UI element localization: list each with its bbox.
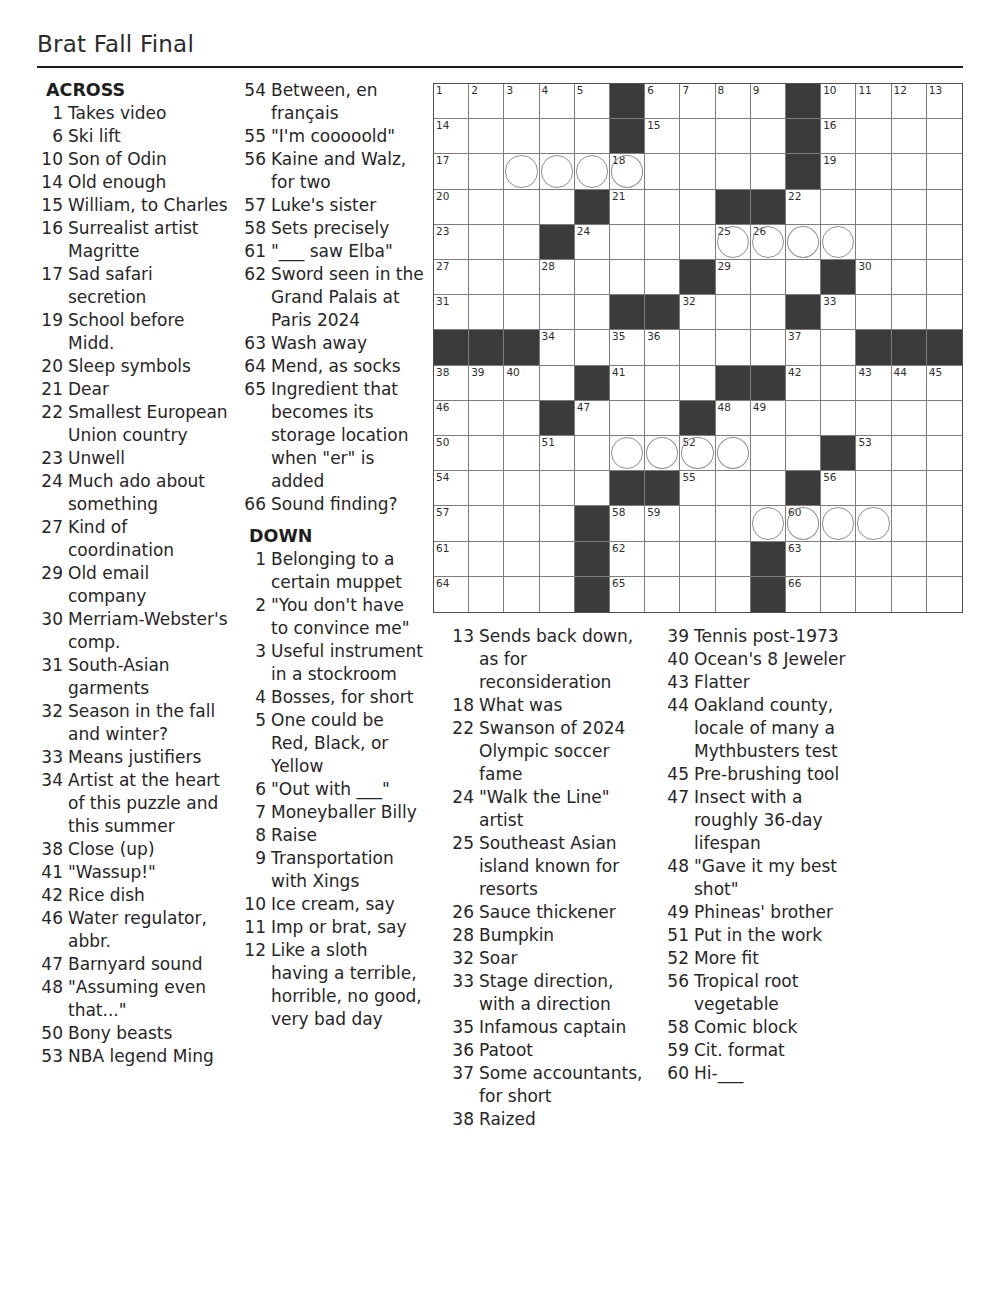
clue-number: 47 (37, 953, 63, 976)
grid-cell[interactable]: 35 (610, 330, 645, 365)
clue-number: 59 (663, 1039, 689, 1062)
grid-cell[interactable] (856, 119, 891, 154)
grid-cell[interactable]: 66 (786, 577, 821, 612)
grid-cell[interactable] (821, 225, 856, 260)
clue-number: 62 (240, 263, 266, 286)
cell-number: 13 (929, 84, 942, 96)
grid-cell[interactable]: 5 (575, 84, 610, 119)
grid-cell[interactable] (751, 330, 786, 365)
grid-cell[interactable] (540, 577, 575, 612)
grid-cell[interactable]: 42 (786, 366, 821, 401)
grid-cell[interactable] (786, 436, 821, 471)
crossword-grid: 1234567891011121314151617181920212223242… (433, 83, 963, 613)
grid-cell[interactable]: 3 (504, 84, 539, 119)
grid-cell[interactable] (645, 225, 680, 260)
clue-down-18: 18What was (448, 694, 645, 717)
clue-down-4: 4Bosses, for short (240, 686, 424, 709)
clue-text: Kind of coordination (68, 516, 229, 562)
clue-column-across-down: 54Between, en français55"I'm cooooold"56… (240, 79, 424, 1031)
grid-cell[interactable]: 20 (434, 190, 469, 225)
grid-cell[interactable] (540, 295, 575, 330)
grid-cell[interactable] (469, 119, 504, 154)
clue-number: 44 (663, 694, 689, 717)
grid-cell[interactable] (469, 154, 504, 189)
grid-cell[interactable]: 43 (856, 366, 891, 401)
grid-cell[interactable] (504, 471, 539, 506)
clue-text: "Walk the Line" artist (479, 786, 645, 832)
grid-cell[interactable]: 51 (540, 436, 575, 471)
grid-cell[interactable]: 24 (575, 225, 610, 260)
grid-cell[interactable] (680, 225, 715, 260)
grid-cell[interactable] (821, 366, 856, 401)
cell-number: 16 (823, 119, 836, 131)
grid-cell[interactable] (821, 330, 856, 365)
clue-across-41: 41"Wassup!" (37, 861, 229, 884)
grid-cell[interactable] (680, 154, 715, 189)
grid-cell[interactable]: 7 (680, 84, 715, 119)
grid-cell[interactable] (645, 366, 680, 401)
grid-cell[interactable]: 17 (434, 154, 469, 189)
grid-cell[interactable] (892, 542, 927, 577)
grid-cell[interactable]: 41 (610, 366, 645, 401)
clue-number: 1 (37, 102, 63, 125)
grid-cell[interactable] (856, 577, 891, 612)
clue-text: Much ado about something (68, 470, 229, 516)
grid-cell[interactable] (751, 506, 786, 541)
grid-cell[interactable]: 38 (434, 366, 469, 401)
cell-number: 65 (612, 577, 625, 589)
clue-text: More fit (694, 947, 864, 970)
grid-cell[interactable] (716, 542, 751, 577)
grid-cell[interactable] (751, 154, 786, 189)
grid-cell[interactable] (927, 119, 962, 154)
grid-cell[interactable]: 11 (856, 84, 891, 119)
grid-cell[interactable] (927, 542, 962, 577)
clue-text: Artist at the heart of this puzzle and t… (68, 769, 229, 838)
cell-number: 36 (647, 330, 660, 342)
grid-cell[interactable]: 39 (469, 366, 504, 401)
clue-text: Close (up) (68, 838, 229, 861)
grid-cell[interactable] (469, 436, 504, 471)
grid-cell[interactable] (927, 471, 962, 506)
grid-cell[interactable]: 54 (434, 471, 469, 506)
across-clues-part2: 54Between, en français55"I'm cooooold"56… (240, 79, 424, 516)
clue-number: 19 (37, 309, 63, 332)
clue-down-6: 6"Out with ___" (240, 778, 424, 801)
grid-cell[interactable] (680, 577, 715, 612)
clue-text: Rice dish (68, 884, 229, 907)
grid-cell[interactable] (892, 225, 927, 260)
cell-number: 59 (647, 506, 660, 518)
grid-cell[interactable] (927, 260, 962, 295)
grid-cell[interactable]: 32 (680, 295, 715, 330)
grid-cell[interactable]: 59 (645, 506, 680, 541)
grid-cell[interactable] (469, 225, 504, 260)
cell-number: 49 (753, 401, 766, 413)
grid-cell[interactable]: 15 (645, 119, 680, 154)
grid-cell[interactable]: 37 (786, 330, 821, 365)
clue-text: Swanson of 2024 Olympic soccer fame (479, 717, 645, 786)
grid-cell[interactable] (504, 577, 539, 612)
grid-cell[interactable] (821, 577, 856, 612)
cell-number: 38 (436, 366, 449, 378)
cell-number: 14 (436, 119, 449, 131)
clue-text: Tennis post-1973 (694, 625, 864, 648)
grid-cell[interactable]: 6 (645, 84, 680, 119)
clue-text: Hi-___ (694, 1062, 864, 1085)
grid-cell[interactable] (856, 506, 891, 541)
grid-cell[interactable] (469, 295, 504, 330)
clue-down-58: 58Comic block (663, 1016, 864, 1039)
grid-cell[interactable] (786, 401, 821, 436)
grid-cell[interactable]: 14 (434, 119, 469, 154)
grid-cell[interactable]: 62 (610, 542, 645, 577)
grid-cell[interactable] (927, 506, 962, 541)
clue-text: One could be Red, Black, or Yellow (271, 709, 424, 778)
grid-cell[interactable] (786, 260, 821, 295)
grid-cell[interactable] (540, 471, 575, 506)
grid-cell[interactable] (892, 154, 927, 189)
clue-across-57: 57Luke's sister (240, 194, 424, 217)
grid-cell[interactable] (856, 225, 891, 260)
cell-number: 15 (647, 119, 660, 131)
grid-cell[interactable] (540, 542, 575, 577)
clue-number: 49 (663, 901, 689, 924)
grid-cell[interactable] (786, 225, 821, 260)
cell-number: 4 (542, 84, 549, 96)
grid-cell[interactable]: 63 (786, 542, 821, 577)
grid-cell-black (751, 577, 786, 612)
grid-cell[interactable] (716, 577, 751, 612)
grid-cell[interactable] (927, 154, 962, 189)
grid-cell[interactable]: 36 (645, 330, 680, 365)
grid-cell[interactable] (716, 506, 751, 541)
cell-number: 3 (506, 84, 513, 96)
grid-cell[interactable] (645, 260, 680, 295)
clue-down-36: 36Patoot (448, 1039, 645, 1062)
clue-text: Sets precisely (271, 217, 424, 240)
grid-cell[interactable] (892, 436, 927, 471)
grid-cell[interactable] (540, 119, 575, 154)
grid-cell[interactable]: 47 (575, 401, 610, 436)
cell-number: 22 (788, 190, 801, 202)
grid-cell[interactable] (575, 119, 610, 154)
grid-cell[interactable]: 40 (504, 366, 539, 401)
grid-cell[interactable]: 21 (610, 190, 645, 225)
grid-cell[interactable]: 52 (680, 436, 715, 471)
cell-number: 53 (858, 436, 871, 448)
grid-cell[interactable] (927, 225, 962, 260)
grid-cell[interactable] (856, 401, 891, 436)
clue-number: 15 (37, 194, 63, 217)
grid-cell[interactable] (892, 506, 927, 541)
circle-marker (857, 507, 889, 539)
grid-cell[interactable] (469, 506, 504, 541)
grid-cell[interactable] (751, 119, 786, 154)
grid-cell[interactable] (504, 401, 539, 436)
grid-cell[interactable] (892, 190, 927, 225)
grid-cell[interactable] (716, 154, 751, 189)
grid-cell[interactable] (927, 401, 962, 436)
clue-number: 32 (37, 700, 63, 723)
clue-text: What was (479, 694, 645, 717)
grid-cell[interactable] (469, 401, 504, 436)
grid-cell[interactable]: 34 (540, 330, 575, 365)
cell-number: 63 (788, 542, 801, 554)
cell-number: 10 (823, 84, 836, 96)
clue-number: 32 (448, 947, 474, 970)
grid-cell[interactable]: 49 (751, 401, 786, 436)
grid-cell[interactable] (680, 190, 715, 225)
cell-number: 34 (542, 330, 555, 342)
grid-cell[interactable]: 13 (927, 84, 962, 119)
grid-cell[interactable] (540, 190, 575, 225)
grid-cell[interactable]: 2 (469, 84, 504, 119)
grid-cell[interactable] (927, 577, 962, 612)
grid-cell[interactable] (856, 295, 891, 330)
grid-cell-black (751, 190, 786, 225)
grid-cell[interactable]: 56 (821, 471, 856, 506)
grid-cell[interactable] (610, 225, 645, 260)
clue-text: Son of Odin (68, 148, 229, 171)
clue-number: 11 (240, 916, 266, 939)
clue-text: Comic block (694, 1016, 864, 1039)
grid-cell[interactable]: 57 (434, 506, 469, 541)
grid-cell[interactable] (716, 119, 751, 154)
grid-cell[interactable] (892, 260, 927, 295)
clue-down-52: 52More fit (663, 947, 864, 970)
grid-cell[interactable] (504, 225, 539, 260)
grid-cell[interactable]: 53 (856, 436, 891, 471)
clue-number: 18 (448, 694, 474, 717)
grid-cell[interactable] (821, 506, 856, 541)
grid-cell[interactable] (892, 471, 927, 506)
clue-across-20: 20Sleep symbols (37, 355, 229, 378)
grid-cell[interactable]: 1 (434, 84, 469, 119)
circle-marker (505, 155, 537, 187)
grid-cell[interactable]: 48 (716, 401, 751, 436)
grid-cell[interactable]: 9 (751, 84, 786, 119)
grid-cell[interactable] (504, 154, 539, 189)
grid-cell[interactable] (504, 119, 539, 154)
clue-number: 16 (37, 217, 63, 240)
grid-cell[interactable]: 12 (892, 84, 927, 119)
grid-cell[interactable] (821, 190, 856, 225)
grid-cell[interactable]: 60 (786, 506, 821, 541)
grid-cell[interactable]: 31 (434, 295, 469, 330)
clue-number: 10 (37, 148, 63, 171)
grid-cell[interactable] (645, 577, 680, 612)
grid-cell[interactable] (892, 119, 927, 154)
cell-number: 1 (436, 84, 443, 96)
clue-text: "Assuming even that..." (68, 976, 229, 1022)
grid-cell[interactable]: 30 (856, 260, 891, 295)
grid-cell[interactable] (927, 436, 962, 471)
grid-cell[interactable] (469, 542, 504, 577)
grid-cell[interactable] (645, 154, 680, 189)
clue-number: 33 (37, 746, 63, 769)
grid-cell[interactable] (751, 471, 786, 506)
clue-down-22: 22Swanson of 2024 Olympic soccer fame (448, 717, 645, 786)
grid-cell[interactable] (504, 295, 539, 330)
grid-cell[interactable] (575, 260, 610, 295)
grid-cell[interactable] (504, 190, 539, 225)
clue-text: Means justifiers (68, 746, 229, 769)
grid-cell[interactable]: 64 (434, 577, 469, 612)
grid-cell[interactable]: 10 (821, 84, 856, 119)
grid-cell[interactable] (504, 436, 539, 471)
grid-cell[interactable]: 44 (892, 366, 927, 401)
grid-cell[interactable] (821, 542, 856, 577)
grid-cell[interactable]: 28 (540, 260, 575, 295)
grid-cell[interactable] (610, 436, 645, 471)
clue-text: Bosses, for short (271, 686, 424, 709)
clue-across-16: 16Surrealist artist Magritte (37, 217, 229, 263)
clue-across-27: 27Kind of coordination (37, 516, 229, 562)
grid-cell[interactable]: 45 (927, 366, 962, 401)
clue-number: 54 (240, 79, 266, 102)
grid-cell[interactable]: 65 (610, 577, 645, 612)
clue-text: Soar (479, 947, 645, 970)
grid-cell[interactable]: 23 (434, 225, 469, 260)
grid-cell[interactable] (716, 471, 751, 506)
clue-number: 6 (37, 125, 63, 148)
down-clues-part3: 39Tennis post-197340Ocean's 8 Jeweler43F… (663, 625, 864, 1085)
clue-across-22: 22Smallest European Union country (37, 401, 229, 447)
cell-number: 31 (436, 295, 449, 307)
grid-cell[interactable] (469, 260, 504, 295)
clue-text: Unwell (68, 447, 229, 470)
grid-cell[interactable] (540, 506, 575, 541)
grid-cell[interactable] (821, 401, 856, 436)
grid-cell[interactable]: 22 (786, 190, 821, 225)
grid-cell[interactable] (575, 471, 610, 506)
grid-cell[interactable] (504, 542, 539, 577)
grid-cell-black (716, 366, 751, 401)
grid-cell[interactable] (469, 190, 504, 225)
down-header: DOWN (240, 525, 424, 548)
grid-cell[interactable] (751, 295, 786, 330)
grid-cell[interactable]: 26 (751, 225, 786, 260)
circle-marker (822, 507, 854, 539)
grid-cell[interactable] (892, 577, 927, 612)
grid-cell-black (434, 330, 469, 365)
grid-cell[interactable] (856, 542, 891, 577)
grid-cell[interactable] (680, 542, 715, 577)
grid-cell-black (610, 84, 645, 119)
cell-number: 57 (436, 506, 449, 518)
grid-cell[interactable]: 16 (821, 119, 856, 154)
grid-cell[interactable]: 50 (434, 436, 469, 471)
grid-cell[interactable] (575, 295, 610, 330)
grid-cell-black (856, 330, 891, 365)
grid-cell-black (751, 366, 786, 401)
grid-cell[interactable] (575, 330, 610, 365)
clue-down-32: 32Soar (448, 947, 645, 970)
cell-number: 39 (471, 366, 484, 378)
grid-cell[interactable] (540, 366, 575, 401)
cell-number: 32 (682, 295, 695, 307)
cell-number: 47 (577, 401, 590, 413)
grid-cell[interactable]: 61 (434, 542, 469, 577)
grid-cell[interactable] (610, 260, 645, 295)
grid-cell[interactable] (927, 295, 962, 330)
grid-cell[interactable]: 27 (434, 260, 469, 295)
grid-cell[interactable] (680, 366, 715, 401)
clue-text: Mend, as socks (271, 355, 424, 378)
clue-down-56: 56Tropical root vegetable (663, 970, 864, 1016)
grid-cell[interactable] (716, 330, 751, 365)
grid-cell[interactable]: 4 (540, 84, 575, 119)
grid-cell-black (610, 119, 645, 154)
grid-cell[interactable] (645, 401, 680, 436)
circle-marker (646, 437, 678, 469)
grid-cell[interactable] (680, 330, 715, 365)
grid-cell[interactable] (645, 190, 680, 225)
grid-cell[interactable] (540, 154, 575, 189)
cell-number: 33 (823, 295, 836, 307)
grid-cell-black (786, 471, 821, 506)
grid-cell-black (821, 436, 856, 471)
grid-cell[interactable] (680, 506, 715, 541)
clue-across-32: 32Season in the fall and winter? (37, 700, 229, 746)
grid-cell[interactable] (469, 471, 504, 506)
clue-number: 3 (240, 640, 266, 663)
grid-cell[interactable] (927, 190, 962, 225)
grid-cell[interactable] (856, 471, 891, 506)
clue-number: 56 (663, 970, 689, 993)
grid-cell[interactable]: 58 (610, 506, 645, 541)
grid-cell[interactable] (751, 260, 786, 295)
across-clues-part1: 1Takes video6Ski lift10Son of Odin14Old … (37, 102, 229, 1068)
grid-cell[interactable] (751, 436, 786, 471)
grid-cell-black (786, 154, 821, 189)
grid-cell[interactable] (504, 506, 539, 541)
grid-cell[interactable] (645, 542, 680, 577)
grid-cell[interactable] (856, 190, 891, 225)
grid-cell[interactable]: 46 (434, 401, 469, 436)
grid-cell[interactable]: 18 (610, 154, 645, 189)
grid-cell[interactable]: 55 (680, 471, 715, 506)
grid-cell[interactable] (504, 260, 539, 295)
grid-cell[interactable] (680, 119, 715, 154)
grid-cell[interactable] (856, 154, 891, 189)
grid-cell[interactable]: 19 (821, 154, 856, 189)
grid-cell-black (716, 190, 751, 225)
clue-number: 55 (240, 125, 266, 148)
grid-cell[interactable]: 29 (716, 260, 751, 295)
grid-cell[interactable] (610, 401, 645, 436)
clue-across-14: 14Old enough (37, 171, 229, 194)
grid-cell[interactable]: 33 (821, 295, 856, 330)
grid-cell[interactable] (575, 154, 610, 189)
grid-cell[interactable] (645, 436, 680, 471)
grid-cell[interactable] (892, 401, 927, 436)
grid-cell[interactable] (716, 436, 751, 471)
clue-text: Kaine and Walz, for two (271, 148, 424, 194)
cell-number: 48 (718, 401, 731, 413)
grid-cell[interactable] (892, 295, 927, 330)
clue-across-47: 47Barnyard sound (37, 953, 229, 976)
grid-cell[interactable] (469, 577, 504, 612)
clue-text: "I'm cooooold" (271, 125, 424, 148)
grid-cell[interactable] (716, 295, 751, 330)
grid-cell[interactable] (575, 436, 610, 471)
grid-cell[interactable]: 8 (716, 84, 751, 119)
clue-down-35: 35Infamous captain (448, 1016, 645, 1039)
grid-cell[interactable]: 25 (716, 225, 751, 260)
clue-down-28: 28Bumpkin (448, 924, 645, 947)
